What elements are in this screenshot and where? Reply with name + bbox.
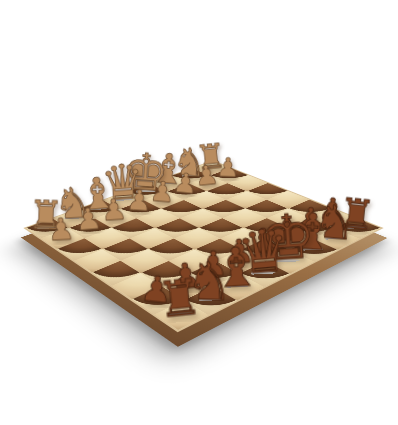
piece-glyph: ♟ <box>100 195 128 226</box>
piece-glyph: ♟ <box>149 177 176 207</box>
photo-stage: ♜♟♟♜♞♟♟♞♝♟♟♝♚♟♟♚♛♟♟♛♝♟♟♝♞♟♟♞♜♟♟♜ <box>0 0 398 425</box>
piece-glyph: ♟ <box>216 155 240 182</box>
board-grid: ♜♟♟♜♞♟♟♞♝♟♟♝♚♟♟♚♛♟♟♛♝♟♟♝♞♟♟♞♜♟♟♜ <box>23 160 383 332</box>
piece-glyph: ♟ <box>47 214 76 246</box>
piece-glyph: ♜ <box>155 271 204 324</box>
square-c3[interactable] <box>111 218 155 238</box>
piece-glyph: ♟ <box>125 186 152 216</box>
piece-glyph: ♟ <box>172 169 199 199</box>
piece-glyph: ♟ <box>74 204 103 236</box>
chess-board: ♜♟♟♜♞♟♟♞♝♟♟♝♚♟♟♚♛♟♟♛♝♟♟♝♞♟♟♞♜♟♟♜ <box>23 160 383 332</box>
